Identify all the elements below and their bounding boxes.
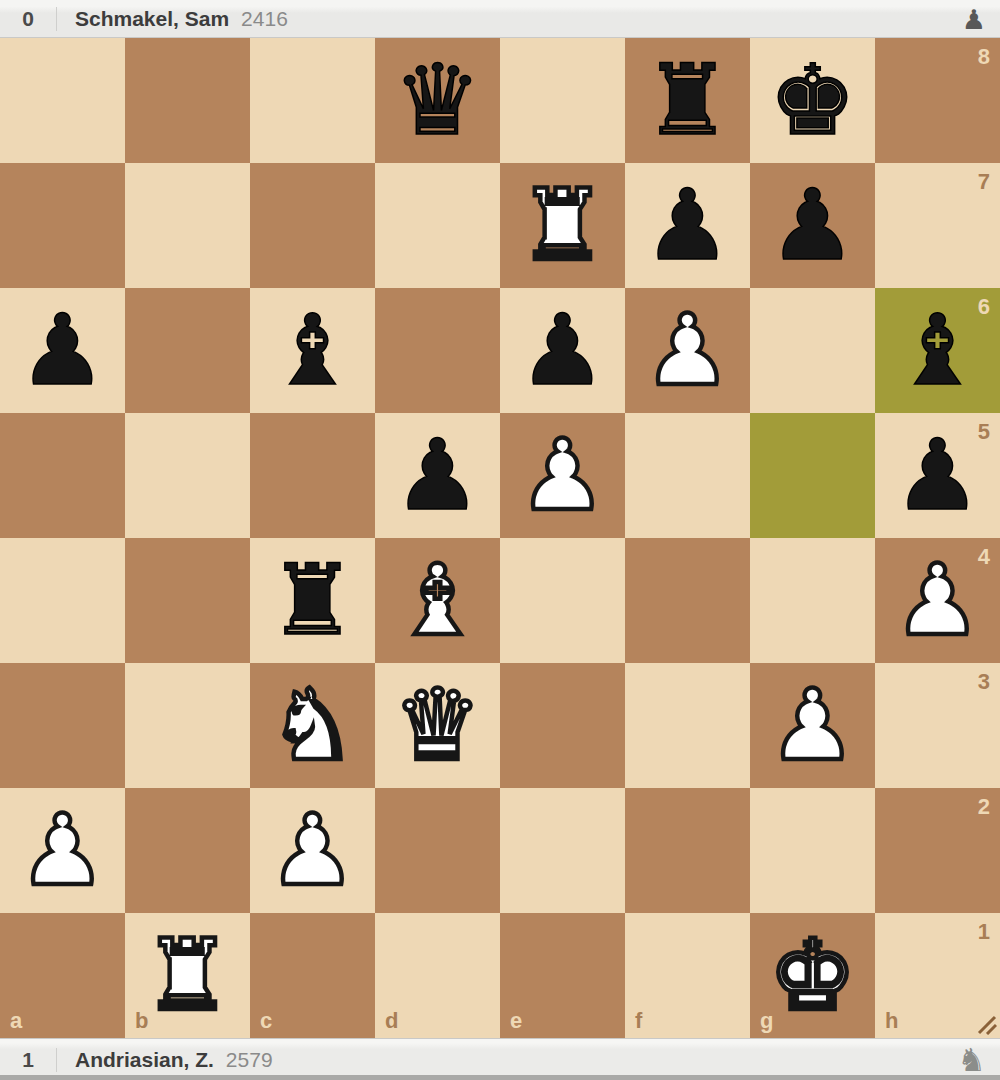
bottom-player-score: 1 (0, 1048, 56, 1072)
square-d4[interactable]: ♝ (375, 538, 500, 663)
piece-white-rook[interactable]: ♜ (519, 163, 607, 288)
square-e5[interactable]: ♟ (500, 413, 625, 538)
piece-black-bishop[interactable]: ♝ (894, 288, 982, 413)
piece-white-king[interactable]: ♚ (769, 913, 857, 1038)
bottom-player-rating: 2579 (226, 1048, 273, 1072)
square-h1[interactable]: 1h (875, 913, 1000, 1038)
square-e4[interactable] (500, 538, 625, 663)
square-h2[interactable]: 2 (875, 788, 1000, 913)
square-c7[interactable] (250, 163, 375, 288)
piece-white-bishop[interactable]: ♝ (394, 538, 482, 663)
square-d6[interactable] (375, 288, 500, 413)
square-a7[interactable] (0, 163, 125, 288)
rank-label-1: 1 (978, 921, 990, 943)
square-b8[interactable] (125, 38, 250, 163)
square-c6[interactable]: ♝ (250, 288, 375, 413)
square-g5[interactable] (750, 413, 875, 538)
square-c8[interactable] (250, 38, 375, 163)
piece-black-king[interactable]: ♚ (769, 38, 857, 163)
square-g4[interactable] (750, 538, 875, 663)
square-f3[interactable] (625, 663, 750, 788)
square-g6[interactable] (750, 288, 875, 413)
square-c5[interactable] (250, 413, 375, 538)
piece-black-pawn[interactable]: ♟ (394, 413, 482, 538)
piece-white-queen[interactable]: ♛ (394, 663, 482, 788)
square-a6[interactable]: ♟ (0, 288, 125, 413)
square-g8[interactable]: ♚ (750, 38, 875, 163)
piece-black-queen[interactable]: ♛ (394, 38, 482, 163)
square-h7[interactable]: 7 (875, 163, 1000, 288)
square-e1[interactable]: e (500, 913, 625, 1038)
square-d2[interactable] (375, 788, 500, 913)
square-a1[interactable]: a (0, 913, 125, 1038)
file-label-f: f (635, 1010, 642, 1032)
square-b5[interactable] (125, 413, 250, 538)
square-c2[interactable]: ♟ (250, 788, 375, 913)
piece-white-pawn[interactable]: ♟ (644, 288, 732, 413)
square-c3[interactable]: ♞ (250, 663, 375, 788)
square-b3[interactable] (125, 663, 250, 788)
rank-label-7: 7 (978, 171, 990, 193)
square-d5[interactable]: ♟ (375, 413, 500, 538)
square-d3[interactable]: ♛ (375, 663, 500, 788)
bar-divider (56, 1048, 57, 1072)
bottom-player-bar: 1 Andriasian, Z. 2579 ♞ (0, 1038, 1000, 1080)
square-a5[interactable] (0, 413, 125, 538)
square-e7[interactable]: ♜ (500, 163, 625, 288)
square-h6[interactable]: ♝6 (875, 288, 1000, 413)
square-c4[interactable]: ♜ (250, 538, 375, 663)
square-a2[interactable]: ♟ (0, 788, 125, 913)
square-b1[interactable]: ♜b (125, 913, 250, 1038)
black-pawn-icon: ♟ (962, 5, 986, 32)
piece-black-pawn[interactable]: ♟ (894, 413, 982, 538)
piece-black-rook[interactable]: ♜ (269, 538, 357, 663)
square-h3[interactable]: 3 (875, 663, 1000, 788)
square-g7[interactable]: ♟ (750, 163, 875, 288)
piece-black-pawn[interactable]: ♟ (519, 288, 607, 413)
resize-grip-icon[interactable] (971, 1009, 997, 1035)
square-b7[interactable] (125, 163, 250, 288)
square-f5[interactable] (625, 413, 750, 538)
square-h5[interactable]: ♟5 (875, 413, 1000, 538)
chess-board[interactable]: ♛♜♚8♜♟♟7♟♝♟♟♝6♟♟♟5♜♝♟4♞♛♟3♟♟2a♜bcdef♚g1h (0, 38, 1000, 1038)
square-h8[interactable]: 8 (875, 38, 1000, 163)
square-c1[interactable]: c (250, 913, 375, 1038)
square-f1[interactable]: f (625, 913, 750, 1038)
file-label-c: c (260, 1010, 272, 1032)
piece-black-pawn[interactable]: ♟ (19, 288, 107, 413)
square-g1[interactable]: ♚g (750, 913, 875, 1038)
square-e2[interactable] (500, 788, 625, 913)
bar-divider (56, 7, 57, 31)
square-a3[interactable] (0, 663, 125, 788)
square-f4[interactable] (625, 538, 750, 663)
piece-black-bishop[interactable]: ♝ (269, 288, 357, 413)
rank-label-8: 8 (978, 46, 990, 68)
piece-white-rook[interactable]: ♜ (144, 913, 232, 1038)
square-f8[interactable]: ♜ (625, 38, 750, 163)
square-e8[interactable] (500, 38, 625, 163)
square-b6[interactable] (125, 288, 250, 413)
square-f7[interactable]: ♟ (625, 163, 750, 288)
file-label-e: e (510, 1010, 522, 1032)
rank-label-2: 2 (978, 796, 990, 818)
top-player-score: 0 (0, 7, 56, 31)
square-e3[interactable] (500, 663, 625, 788)
piece-white-pawn[interactable]: ♟ (269, 788, 357, 913)
square-a8[interactable] (0, 38, 125, 163)
square-a4[interactable] (0, 538, 125, 663)
top-player-rating: 2416 (241, 7, 288, 31)
bottom-player-name: Andriasian, Z. (75, 1048, 214, 1072)
square-b4[interactable] (125, 538, 250, 663)
top-player-bar: 0 Schmakel, Sam 2416 ♟ (0, 0, 1000, 38)
file-label-a: a (10, 1010, 22, 1032)
square-d7[interactable] (375, 163, 500, 288)
file-label-h: h (885, 1010, 898, 1032)
black-knight-icon: ♞ (957, 1044, 986, 1076)
file-label-d: d (385, 1010, 398, 1032)
square-f6[interactable]: ♟ (625, 288, 750, 413)
rank-label-3: 3 (978, 671, 990, 693)
square-b2[interactable] (125, 788, 250, 913)
piece-black-rook[interactable]: ♜ (644, 38, 732, 163)
square-d1[interactable]: d (375, 913, 500, 1038)
square-g3[interactable]: ♟ (750, 663, 875, 788)
piece-black-pawn[interactable]: ♟ (769, 163, 857, 288)
piece-black-pawn[interactable]: ♟ (644, 163, 732, 288)
square-e6[interactable]: ♟ (500, 288, 625, 413)
piece-white-pawn[interactable]: ♟ (519, 413, 607, 538)
square-f2[interactable] (625, 788, 750, 913)
square-d8[interactable]: ♛ (375, 38, 500, 163)
piece-white-knight[interactable]: ♞ (269, 663, 357, 788)
square-h4[interactable]: ♟4 (875, 538, 1000, 663)
square-g2[interactable] (750, 788, 875, 913)
piece-white-pawn[interactable]: ♟ (19, 788, 107, 913)
piece-white-pawn[interactable]: ♟ (894, 538, 982, 663)
piece-white-pawn[interactable]: ♟ (769, 663, 857, 788)
top-player-name: Schmakel, Sam (75, 7, 229, 31)
